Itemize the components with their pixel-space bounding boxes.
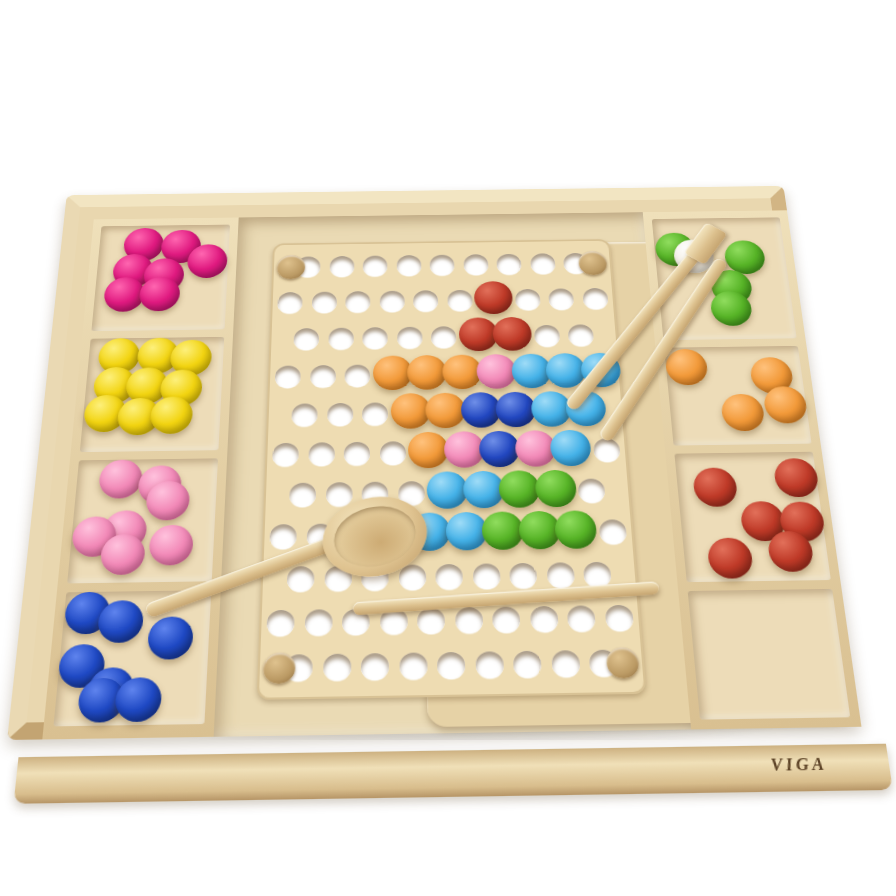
board-hole[interactable] (325, 482, 352, 507)
tray-ball-magenta[interactable] (186, 244, 228, 278)
board-bead-orange[interactable] (442, 354, 482, 389)
tray-ball-orange[interactable] (664, 349, 709, 386)
board-hole[interactable] (363, 255, 388, 276)
board-hole[interactable] (475, 651, 504, 678)
corner-peg (578, 251, 608, 275)
board-hole[interactable] (463, 254, 488, 275)
wooden-tweezers[interactable] (80, 198, 770, 207)
board-bead-orange[interactable] (390, 393, 430, 429)
board-hole[interactable] (533, 325, 559, 347)
board-hole[interactable] (437, 652, 466, 679)
tray-compartment-magenta (91, 225, 230, 332)
board-bead-orange[interactable] (373, 355, 412, 390)
board-hole[interactable] (362, 327, 387, 349)
photo-stage: VIGA (0, 0, 896, 896)
board-hole[interactable] (272, 443, 299, 467)
board-hole[interactable] (293, 328, 319, 350)
tray-ball-orange[interactable] (762, 386, 808, 423)
board-hole[interactable] (509, 563, 537, 589)
tray-ball-red[interactable] (692, 467, 739, 507)
tray-compartment-red (674, 452, 831, 582)
tray-ball-red[interactable] (706, 537, 754, 578)
wooden-tray: VIGA (7, 186, 861, 740)
board-hole[interactable] (328, 328, 353, 350)
tray-ball-magenta[interactable] (138, 277, 181, 312)
tray-ball-pink[interactable] (148, 525, 194, 566)
board-hole[interactable] (582, 288, 608, 310)
board-bead-orange[interactable] (425, 393, 465, 429)
tray-ball-green[interactable] (723, 240, 767, 274)
board-hole[interactable] (417, 608, 445, 635)
tray-compartment-blue (53, 590, 211, 726)
board-hole[interactable] (397, 327, 422, 349)
board-hole[interactable] (430, 255, 455, 276)
board-hole[interactable] (492, 606, 521, 633)
board-hole[interactable] (323, 654, 351, 681)
board-hole[interactable] (398, 564, 425, 590)
board-bead-darkblue[interactable] (495, 392, 536, 428)
board-hole[interactable] (380, 291, 405, 313)
board-hole[interactable] (267, 610, 295, 637)
board-bead-green[interactable] (534, 470, 577, 508)
tray-ball-yellow[interactable] (149, 396, 193, 434)
board-hole[interactable] (329, 256, 354, 277)
wooden-spoon[interactable] (80, 198, 770, 207)
tray-ball-blue[interactable] (147, 616, 194, 659)
pegboard (257, 239, 647, 700)
board-hole[interactable] (472, 563, 500, 589)
left-compartment-column (42, 217, 238, 739)
board-hole[interactable] (598, 519, 627, 544)
tray-front-edge: VIGA (14, 744, 893, 804)
board-hole[interactable] (568, 324, 595, 346)
board-bead-red[interactable] (492, 317, 532, 351)
tray-ball-orange[interactable] (720, 394, 766, 432)
board-hole[interactable] (346, 291, 371, 313)
board-hole[interactable] (291, 403, 317, 426)
board-hole[interactable] (345, 365, 371, 388)
board-hole[interactable] (289, 483, 316, 508)
board-bead-orange[interactable] (407, 355, 447, 390)
board-hole[interactable] (530, 253, 556, 274)
board-hole[interactable] (304, 609, 332, 636)
board-hole[interactable] (396, 255, 421, 276)
board-hole[interactable] (567, 605, 596, 632)
board-hole[interactable] (327, 403, 353, 426)
board-hole[interactable] (530, 606, 559, 633)
board-hole[interactable] (380, 441, 406, 465)
board-hole[interactable] (455, 607, 483, 634)
board-hole[interactable] (399, 652, 427, 679)
tray-ball-red[interactable] (772, 458, 820, 497)
board-hole[interactable] (344, 442, 370, 466)
board-hole[interactable] (435, 564, 463, 590)
board-hole[interactable] (593, 438, 621, 462)
board-hole[interactable] (270, 524, 298, 549)
board-hole[interactable] (431, 326, 457, 348)
board-hole[interactable] (277, 292, 302, 314)
board-bead-pink[interactable] (444, 431, 485, 468)
board-bead-orange[interactable] (408, 432, 449, 469)
tray-compartment-empty (688, 589, 851, 720)
board-hole[interactable] (413, 290, 438, 312)
board-bead-pink[interactable] (476, 354, 516, 389)
board-bead-lightblue[interactable] (445, 512, 487, 551)
board-hole[interactable] (513, 651, 542, 678)
board-hole[interactable] (312, 292, 337, 314)
board-hole[interactable] (310, 365, 336, 388)
board-hole[interactable] (515, 289, 541, 311)
tray-ball-pink[interactable] (98, 459, 144, 498)
board-hole[interactable] (496, 254, 521, 275)
brand-logo: VIGA (770, 754, 829, 775)
board-hole[interactable] (447, 290, 472, 312)
board-bead-green[interactable] (482, 511, 525, 550)
board-hole[interactable] (546, 562, 575, 588)
tray-compartment-pink (67, 458, 218, 583)
board-hole[interactable] (362, 402, 388, 425)
board-hole[interactable] (604, 605, 633, 632)
board-hole[interactable] (287, 566, 315, 592)
board-bead-lightblue[interactable] (427, 471, 468, 509)
board-hole[interactable] (308, 442, 335, 466)
board-hole[interactable] (578, 478, 606, 503)
board-hole[interactable] (275, 365, 301, 388)
board-hole[interactable] (548, 288, 574, 310)
scene-perspective: VIGA (2, 186, 868, 786)
tray-compartment-yellow (80, 337, 224, 452)
board-bead-green[interactable] (554, 510, 598, 549)
board-hole[interactable] (361, 653, 389, 680)
board-bead-darkblue[interactable] (479, 431, 521, 468)
tray-compartment-orange (664, 346, 811, 446)
board-bead-green[interactable] (498, 470, 540, 508)
board-bead-red[interactable] (474, 281, 513, 314)
board-hole[interactable] (551, 650, 580, 677)
board-bead-lightblue[interactable] (550, 430, 592, 467)
